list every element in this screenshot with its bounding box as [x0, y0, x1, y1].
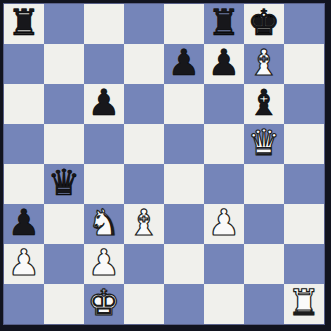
- square-c5[interactable]: [84, 124, 124, 164]
- square-a5[interactable]: [4, 124, 44, 164]
- square-c4[interactable]: [84, 164, 124, 204]
- white-queen[interactable]: ♛: [248, 123, 280, 163]
- square-a2[interactable]: ♟: [4, 244, 44, 284]
- black-king[interactable]: ♚: [248, 3, 280, 43]
- square-b7[interactable]: [44, 44, 84, 84]
- black-pawn[interactable]: ♟: [8, 203, 40, 243]
- black-rook[interactable]: ♜: [8, 3, 40, 43]
- white-bishop[interactable]: ♝: [248, 43, 280, 83]
- square-e4[interactable]: [164, 164, 204, 204]
- square-f1[interactable]: [204, 284, 244, 324]
- square-f5[interactable]: [204, 124, 244, 164]
- square-b4[interactable]: ♛: [44, 164, 84, 204]
- square-h3[interactable]: [284, 204, 324, 244]
- square-f8[interactable]: ♜: [204, 4, 244, 44]
- square-g1[interactable]: [244, 284, 284, 324]
- square-e2[interactable]: [164, 244, 204, 284]
- square-g6[interactable]: ♝: [244, 84, 284, 124]
- square-c7[interactable]: [84, 44, 124, 84]
- square-d2[interactable]: [124, 244, 164, 284]
- square-h4[interactable]: [284, 164, 324, 204]
- square-d1[interactable]: [124, 284, 164, 324]
- square-c3[interactable]: ♞: [84, 204, 124, 244]
- square-g5[interactable]: ♛: [244, 124, 284, 164]
- square-a4[interactable]: [4, 164, 44, 204]
- white-king[interactable]: ♚: [88, 283, 120, 323]
- square-e8[interactable]: [164, 4, 204, 44]
- square-f7[interactable]: ♟: [204, 44, 244, 84]
- white-rook[interactable]: ♜: [288, 283, 320, 323]
- square-h8[interactable]: [284, 4, 324, 44]
- square-e5[interactable]: [164, 124, 204, 164]
- square-b5[interactable]: [44, 124, 84, 164]
- chess-board: ♜♜♚♟♟♝♟♝♛♛♟♞♝♟♟♟♚♜: [3, 3, 325, 325]
- square-h7[interactable]: [284, 44, 324, 84]
- square-h2[interactable]: [284, 244, 324, 284]
- square-b1[interactable]: [44, 284, 84, 324]
- square-b6[interactable]: [44, 84, 84, 124]
- black-queen[interactable]: ♛: [48, 163, 80, 203]
- square-b8[interactable]: [44, 4, 84, 44]
- square-c8[interactable]: [84, 4, 124, 44]
- square-d8[interactable]: [124, 4, 164, 44]
- black-pawn[interactable]: ♟: [168, 43, 200, 83]
- square-e6[interactable]: [164, 84, 204, 124]
- square-e1[interactable]: [164, 284, 204, 324]
- black-bishop[interactable]: ♝: [248, 83, 280, 123]
- square-c6[interactable]: ♟: [84, 84, 124, 124]
- square-a7[interactable]: [4, 44, 44, 84]
- board-frame: ♜♜♚♟♟♝♟♝♛♛♟♞♝♟♟♟♚♜: [0, 0, 331, 331]
- black-pawn[interactable]: ♟: [88, 83, 120, 123]
- square-g4[interactable]: [244, 164, 284, 204]
- square-f6[interactable]: [204, 84, 244, 124]
- square-b2[interactable]: [44, 244, 84, 284]
- square-d4[interactable]: [124, 164, 164, 204]
- square-c2[interactable]: ♟: [84, 244, 124, 284]
- square-a3[interactable]: ♟: [4, 204, 44, 244]
- square-d3[interactable]: ♝: [124, 204, 164, 244]
- square-d5[interactable]: [124, 124, 164, 164]
- square-a6[interactable]: [4, 84, 44, 124]
- square-d7[interactable]: [124, 44, 164, 84]
- white-bishop[interactable]: ♝: [128, 203, 160, 243]
- square-h5[interactable]: [284, 124, 324, 164]
- square-d6[interactable]: [124, 84, 164, 124]
- square-g2[interactable]: [244, 244, 284, 284]
- square-f4[interactable]: [204, 164, 244, 204]
- square-e3[interactable]: [164, 204, 204, 244]
- square-c1[interactable]: ♚: [84, 284, 124, 324]
- square-f2[interactable]: [204, 244, 244, 284]
- square-h6[interactable]: [284, 84, 324, 124]
- square-g8[interactable]: ♚: [244, 4, 284, 44]
- black-pawn[interactable]: ♟: [208, 43, 240, 83]
- square-f3[interactable]: ♟: [204, 204, 244, 244]
- white-knight[interactable]: ♞: [88, 203, 120, 243]
- white-pawn[interactable]: ♟: [208, 203, 240, 243]
- square-h1[interactable]: ♜: [284, 284, 324, 324]
- square-a1[interactable]: [4, 284, 44, 324]
- square-g7[interactable]: ♝: [244, 44, 284, 84]
- square-g3[interactable]: [244, 204, 284, 244]
- white-pawn[interactable]: ♟: [8, 243, 40, 283]
- square-e7[interactable]: ♟: [164, 44, 204, 84]
- white-pawn[interactable]: ♟: [88, 243, 120, 283]
- black-rook[interactable]: ♜: [208, 3, 240, 43]
- square-b3[interactable]: [44, 204, 84, 244]
- square-a8[interactable]: ♜: [4, 4, 44, 44]
